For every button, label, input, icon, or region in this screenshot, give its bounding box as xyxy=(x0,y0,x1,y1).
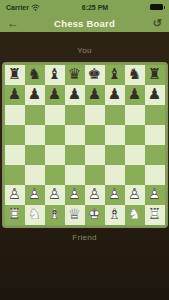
square-d1[interactable]: ♛♕ xyxy=(65,205,85,225)
square-g7[interactable]: ♟ xyxy=(125,85,145,105)
square-e2[interactable]: ♟♙ xyxy=(85,185,105,205)
carrier-label: Carrier xyxy=(6,4,29,11)
app-screen: Carrier 6:25 PM ← Chess Board ↺ You ♜♞♝♛… xyxy=(0,0,169,300)
square-a8[interactable]: ♜ xyxy=(5,65,25,85)
square-b6[interactable] xyxy=(25,105,45,125)
square-f3[interactable] xyxy=(105,165,125,185)
square-f2[interactable]: ♟♙ xyxy=(105,185,125,205)
square-b8[interactable]: ♞ xyxy=(25,65,45,85)
square-h4[interactable] xyxy=(145,145,165,165)
square-e3[interactable] xyxy=(85,165,105,185)
square-c6[interactable] xyxy=(45,105,65,125)
black-rook[interactable]: ♜ xyxy=(5,67,25,82)
white-pawn-outline: ♙ xyxy=(65,187,85,202)
black-pawn[interactable]: ♟ xyxy=(125,87,145,102)
black-knight[interactable]: ♞ xyxy=(25,67,45,82)
square-e5[interactable] xyxy=(85,125,105,145)
white-pawn-outline: ♙ xyxy=(145,187,165,202)
square-e7[interactable]: ♟ xyxy=(85,85,105,105)
player-name-label: Friend xyxy=(0,233,169,242)
square-f6[interactable] xyxy=(105,105,125,125)
square-g2[interactable]: ♟♙ xyxy=(125,185,145,205)
black-rook[interactable]: ♜ xyxy=(145,67,165,82)
restart-icon: ↺ xyxy=(153,17,162,29)
black-bishop[interactable]: ♝ xyxy=(45,67,65,82)
white-rook-outline: ♖ xyxy=(145,207,165,222)
square-d4[interactable] xyxy=(65,145,85,165)
square-d5[interactable] xyxy=(65,125,85,145)
black-king[interactable]: ♚ xyxy=(85,67,105,82)
wifi-icon xyxy=(31,4,40,11)
square-d3[interactable] xyxy=(65,165,85,185)
square-b7[interactable]: ♟ xyxy=(25,85,45,105)
white-pawn-outline: ♙ xyxy=(5,187,25,202)
white-bishop-outline: ♗ xyxy=(45,207,65,222)
square-c8[interactable]: ♝ xyxy=(45,65,65,85)
square-b2[interactable]: ♟♙ xyxy=(25,185,45,205)
square-g5[interactable] xyxy=(125,125,145,145)
square-a1[interactable]: ♜♖ xyxy=(5,205,25,225)
white-bishop-outline: ♗ xyxy=(105,207,125,222)
square-b4[interactable] xyxy=(25,145,45,165)
square-b1[interactable]: ♞♘ xyxy=(25,205,45,225)
square-f7[interactable]: ♟ xyxy=(105,85,125,105)
white-knight-outline: ♘ xyxy=(25,207,45,222)
opponent-name-label: You xyxy=(0,46,169,55)
square-f4[interactable] xyxy=(105,145,125,165)
white-knight-outline: ♘ xyxy=(125,207,145,222)
square-a5[interactable] xyxy=(5,125,25,145)
black-pawn[interactable]: ♟ xyxy=(45,87,65,102)
square-f8[interactable]: ♝ xyxy=(105,65,125,85)
square-g1[interactable]: ♞♘ xyxy=(125,205,145,225)
square-h5[interactable] xyxy=(145,125,165,145)
square-d6[interactable] xyxy=(65,105,85,125)
square-c7[interactable]: ♟ xyxy=(45,85,65,105)
square-h6[interactable] xyxy=(145,105,165,125)
square-b5[interactable] xyxy=(25,125,45,145)
square-h7[interactable]: ♟ xyxy=(145,85,165,105)
square-g3[interactable] xyxy=(125,165,145,185)
square-a6[interactable] xyxy=(5,105,25,125)
black-pawn[interactable]: ♟ xyxy=(145,87,165,102)
white-pawn-outline: ♙ xyxy=(25,187,45,202)
black-pawn[interactable]: ♟ xyxy=(5,87,25,102)
black-pawn[interactable]: ♟ xyxy=(25,87,45,102)
square-c1[interactable]: ♝♗ xyxy=(45,205,65,225)
clock-label: 6:25 PM xyxy=(82,4,108,11)
square-a3[interactable] xyxy=(5,165,25,185)
white-queen-outline: ♕ xyxy=(65,207,85,222)
square-e8[interactable]: ♚ xyxy=(85,65,105,85)
square-a7[interactable]: ♟ xyxy=(5,85,25,105)
back-button[interactable]: ← xyxy=(7,17,19,29)
white-pawn-outline: ♙ xyxy=(105,187,125,202)
square-d7[interactable]: ♟ xyxy=(65,85,85,105)
square-b3[interactable] xyxy=(25,165,45,185)
square-g4[interactable] xyxy=(125,145,145,165)
status-bar: Carrier 6:25 PM xyxy=(0,0,169,14)
black-knight[interactable]: ♞ xyxy=(125,67,145,82)
square-c3[interactable] xyxy=(45,165,65,185)
chess-board: ♜♞♝♛♚♝♞♜♟♟♟♟♟♟♟♟♟♙♟♙♟♙♟♙♟♙♟♙♟♙♟♙♜♖♞♘♝♗♛♕… xyxy=(3,63,167,227)
white-king-outline: ♔ xyxy=(85,207,105,222)
black-pawn[interactable]: ♟ xyxy=(65,87,85,102)
square-f1[interactable]: ♝♗ xyxy=(105,205,125,225)
square-a2[interactable]: ♟♙ xyxy=(5,185,25,205)
white-pawn-outline: ♙ xyxy=(45,187,65,202)
white-pawn-outline: ♙ xyxy=(125,187,145,202)
black-pawn[interactable]: ♟ xyxy=(85,87,105,102)
black-queen[interactable]: ♛ xyxy=(65,67,85,82)
black-pawn[interactable]: ♟ xyxy=(105,87,125,102)
square-h8[interactable]: ♜ xyxy=(145,65,165,85)
square-a4[interactable] xyxy=(5,145,25,165)
black-bishop[interactable]: ♝ xyxy=(105,67,125,82)
square-d2[interactable]: ♟♙ xyxy=(65,185,85,205)
square-c2[interactable]: ♟♙ xyxy=(45,185,65,205)
back-arrow-icon: ← xyxy=(7,16,19,30)
nav-bar: ← Chess Board ↺ xyxy=(0,14,169,32)
battery-icon xyxy=(150,4,163,10)
square-e1[interactable]: ♚♔ xyxy=(85,205,105,225)
page-title: Chess Board xyxy=(0,18,169,29)
square-g8[interactable]: ♞ xyxy=(125,65,145,85)
restart-game-button[interactable]: ↺ xyxy=(153,18,162,29)
square-c5[interactable] xyxy=(45,125,65,145)
square-e6[interactable] xyxy=(85,105,105,125)
square-h2[interactable]: ♟♙ xyxy=(145,185,165,205)
square-f5[interactable] xyxy=(105,125,125,145)
square-g6[interactable] xyxy=(125,105,145,125)
white-pawn-outline: ♙ xyxy=(85,187,105,202)
square-d8[interactable]: ♛ xyxy=(65,65,85,85)
square-h3[interactable] xyxy=(145,165,165,185)
square-e4[interactable] xyxy=(85,145,105,165)
square-h1[interactable]: ♜♖ xyxy=(145,205,165,225)
square-c4[interactable] xyxy=(45,145,65,165)
white-rook-outline: ♖ xyxy=(5,207,25,222)
